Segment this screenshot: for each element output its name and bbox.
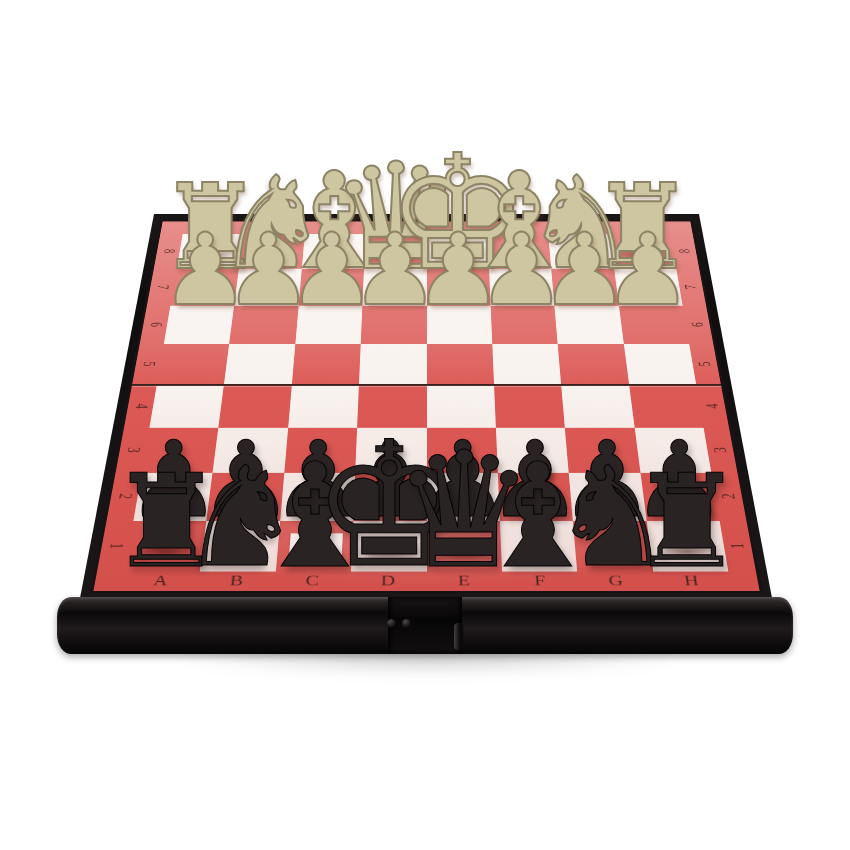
- square-d5: [359, 344, 426, 385]
- square-g1: [573, 521, 653, 572]
- square-b1: [200, 521, 280, 572]
- square-a4: [149, 385, 224, 428]
- square-g2: [569, 473, 646, 521]
- square-c8: [302, 234, 366, 269]
- rank-label-right-8: 8: [676, 249, 694, 253]
- chess-board: ABCDEFGH8877665544332211: [90, 220, 763, 593]
- square-c3: [284, 428, 357, 473]
- square-h6: [619, 306, 690, 345]
- square-h4: [629, 385, 704, 428]
- square-a1: [125, 521, 207, 572]
- square-d6: [361, 306, 427, 345]
- file-label-B: B: [229, 573, 245, 589]
- square-b8: [239, 234, 304, 269]
- square-h5: [624, 344, 697, 385]
- clasp-pin: [454, 623, 463, 650]
- square-b6: [229, 306, 298, 345]
- square-f4: [494, 385, 565, 428]
- file-label-H: H: [683, 573, 701, 589]
- rank-label-left-4: 4: [131, 403, 151, 408]
- square-b7: [234, 269, 301, 306]
- hinge-pin-icon: [387, 619, 396, 628]
- square-h3: [634, 428, 711, 473]
- square-f7: [489, 269, 555, 306]
- rank-label-right-1: 1: [727, 543, 749, 549]
- rank-label-right-6: 6: [688, 322, 707, 327]
- square-a7: [170, 269, 239, 306]
- square-c5: [292, 344, 361, 385]
- hinge-pin-icon: [402, 619, 411, 628]
- rank-label-left-6: 6: [146, 322, 165, 327]
- square-d1: [351, 521, 426, 572]
- square-d8: [364, 234, 426, 269]
- rank-label-left-7: 7: [153, 285, 171, 289]
- rank-label-right-7: 7: [682, 285, 700, 289]
- square-e8: [427, 234, 489, 269]
- latch-recess: [388, 597, 462, 654]
- board-face: ABCDEFGH8877665544332211: [93, 221, 759, 590]
- square-c7: [298, 269, 364, 306]
- square-d4: [357, 385, 426, 428]
- file-label-G: G: [608, 573, 625, 589]
- square-f6: [491, 306, 558, 345]
- square-h2: [640, 473, 719, 521]
- square-e7: [427, 269, 491, 306]
- square-e2: [427, 473, 500, 521]
- square-e5: [427, 344, 494, 385]
- case-base: [57, 597, 793, 654]
- square-g6: [555, 306, 624, 345]
- file-label-A: A: [152, 573, 170, 589]
- file-label-F: F: [534, 573, 547, 589]
- rank-label-right-4: 4: [703, 403, 723, 408]
- square-a2: [133, 473, 212, 521]
- square-e3: [427, 428, 498, 473]
- square-a6: [164, 306, 235, 345]
- rank-label-left-5: 5: [139, 362, 158, 367]
- square-g8: [548, 234, 613, 269]
- square-b2: [207, 473, 284, 521]
- rank-label-right-2: 2: [718, 494, 739, 500]
- square-h1: [646, 521, 728, 572]
- square-d7: [362, 269, 426, 306]
- rank-label-left-1: 1: [105, 543, 127, 549]
- rank-label-left-3: 3: [123, 447, 143, 452]
- square-c4: [288, 385, 359, 428]
- square-g4: [561, 385, 634, 428]
- square-g3: [565, 428, 640, 473]
- file-label-E: E: [458, 573, 471, 589]
- square-e6: [427, 306, 493, 345]
- file-label-C: C: [305, 573, 320, 589]
- square-g7: [551, 269, 618, 306]
- square-f5: [492, 344, 561, 385]
- square-b4: [219, 385, 292, 428]
- square-e4: [427, 385, 496, 428]
- square-a5: [157, 344, 230, 385]
- square-e1: [427, 521, 502, 572]
- square-g5: [558, 344, 629, 385]
- square-b5: [224, 344, 295, 385]
- square-c6: [295, 306, 362, 345]
- square-c2: [280, 473, 355, 521]
- squares-grid: [125, 234, 729, 572]
- square-a3: [142, 428, 219, 473]
- rank-label-left-2: 2: [114, 494, 135, 500]
- square-h8: [609, 234, 676, 269]
- square-b3: [213, 428, 288, 473]
- square-d2: [353, 473, 426, 521]
- hinge-fold-line: [132, 384, 721, 386]
- square-f3: [496, 428, 569, 473]
- rank-label-left-8: 8: [160, 249, 178, 253]
- square-d3: [355, 428, 426, 473]
- square-f8: [487, 234, 551, 269]
- file-label-D: D: [381, 573, 397, 589]
- rank-label-right-5: 5: [695, 362, 714, 367]
- square-f1: [500, 521, 578, 572]
- label-sticker-c1: [289, 533, 343, 561]
- square-f2: [498, 473, 573, 521]
- square-h7: [614, 269, 683, 306]
- rank-label-right-3: 3: [710, 447, 730, 452]
- square-a8: [177, 234, 244, 269]
- folding-magnetic-chess-set-photo: ABCDEFGH8877665544332211 ♜♞♝♛♚♝♞♜♟♟♟♟♟♟♟…: [0, 0, 850, 850]
